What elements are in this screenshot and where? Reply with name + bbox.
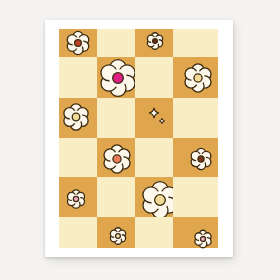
board-cell-r2c1	[59, 57, 97, 98]
daisy-flower-r1c1	[66, 31, 90, 55]
board-cell-r5c1	[59, 177, 97, 217]
board-cell-r3c4	[173, 98, 218, 138]
board-cell-r5c2	[97, 177, 135, 217]
board-cell-r2c2	[97, 57, 135, 98]
board-cell-r4c1	[59, 138, 97, 177]
board-cell-r2c4	[173, 57, 218, 98]
board-cell-r6c4	[173, 217, 218, 248]
flower-checkerboard	[59, 29, 218, 248]
daisy-flower-r1c3	[147, 33, 164, 50]
daisy-flower-r4c2	[103, 144, 132, 173]
board-cell-r4c4	[173, 138, 218, 177]
board-cell-r5c3	[135, 177, 173, 217]
board-cell-r3c3	[135, 98, 173, 138]
sparkle-icon	[159, 118, 165, 124]
board-cell-r1c3	[135, 29, 173, 57]
daisy-flower-r2c2	[99, 59, 137, 97]
board-cell-r4c3	[135, 138, 173, 177]
art-print[interactable]	[45, 20, 233, 257]
board-cell-r1c2	[97, 29, 135, 57]
board-cell-r3c2	[97, 98, 135, 138]
sparkle-icon	[149, 108, 160, 119]
daisy-flower-r6c4	[194, 230, 212, 248]
daisy-flower-r4c4	[190, 148, 212, 170]
board-cell-r6c2	[97, 217, 135, 248]
board-cell-r6c1	[59, 217, 97, 248]
art-print-mockup	[0, 0, 280, 280]
daisy-flower-r6c2	[110, 227, 127, 244]
board-cell-r2c3	[135, 57, 173, 98]
board-cell-r3c1	[59, 98, 97, 138]
board-cell-r5c4	[173, 177, 218, 217]
board-cell-r6c3	[135, 217, 173, 248]
board-cell-r1c4	[173, 29, 218, 57]
daisy-flower-r5c1	[67, 190, 86, 209]
daisy-flower-r3c1	[63, 104, 90, 131]
daisy-flower-r2c4	[183, 64, 212, 93]
board-cell-r4c2	[97, 138, 135, 177]
board-cell-r1c1	[59, 29, 97, 57]
